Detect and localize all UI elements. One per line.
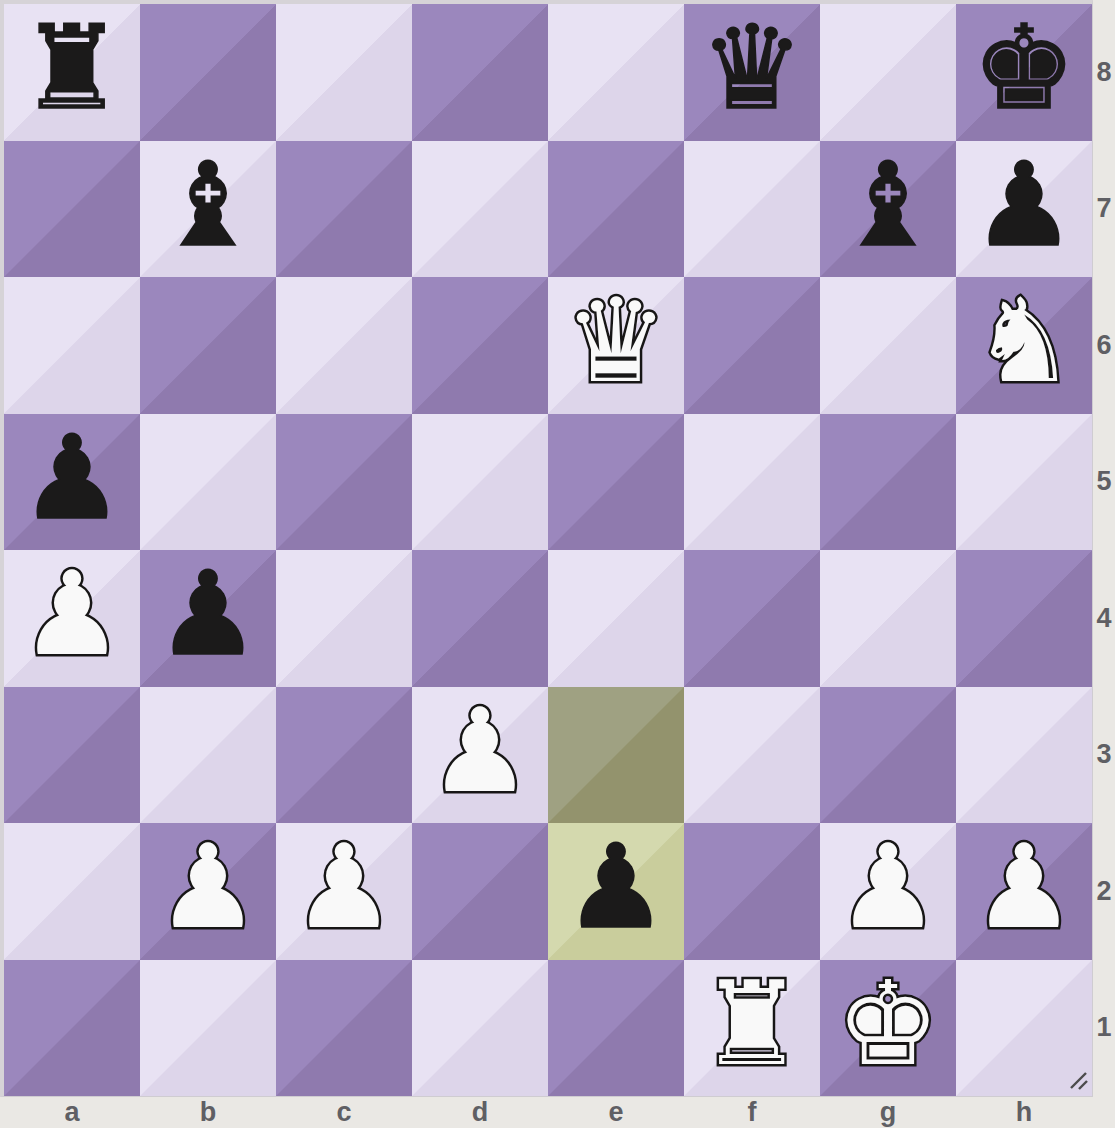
square-a2[interactable]: [4, 823, 140, 960]
piece-black-bishop-b7[interactable]: ♝: [156, 147, 260, 263]
file-label-f: f: [684, 1097, 820, 1128]
square-g4[interactable]: [820, 550, 956, 687]
square-h2[interactable]: ♟: [956, 823, 1092, 960]
square-a7[interactable]: [4, 141, 140, 278]
square-f1[interactable]: ♜: [684, 960, 820, 1097]
square-e2[interactable]: ♟: [548, 823, 684, 960]
piece-white-pawn-c2[interactable]: ♟: [292, 829, 396, 945]
piece-black-pawn-b4[interactable]: ♟: [156, 556, 260, 672]
board: ♜♛♚♝♝♟♛♞♟♟♟♟♟♟♟♟♟♜♚: [4, 4, 1092, 1096]
square-h8[interactable]: ♚: [956, 4, 1092, 141]
square-g8[interactable]: [820, 4, 956, 141]
piece-black-rook-a8[interactable]: ♜: [20, 10, 124, 126]
square-f5[interactable]: [684, 414, 820, 551]
square-b4[interactable]: ♟: [140, 550, 276, 687]
square-b7[interactable]: ♝: [140, 141, 276, 278]
piece-white-king-g1[interactable]: ♚: [836, 966, 940, 1082]
square-b5[interactable]: [140, 414, 276, 551]
square-b2[interactable]: ♟: [140, 823, 276, 960]
rank-label-5: 5: [1093, 414, 1115, 551]
square-e3[interactable]: [548, 687, 684, 824]
square-a6[interactable]: [4, 277, 140, 414]
square-b1[interactable]: [140, 960, 276, 1097]
square-f8[interactable]: ♛: [684, 4, 820, 141]
square-a4[interactable]: ♟: [4, 550, 140, 687]
chess-app: ♜♛♚♝♝♟♛♞♟♟♟♟♟♟♟♟♟♜♚ 87654321 abcdefgh: [0, 0, 1115, 1128]
rank-label-3: 3: [1093, 687, 1115, 824]
square-c6[interactable]: [276, 277, 412, 414]
square-d5[interactable]: [412, 414, 548, 551]
square-d7[interactable]: [412, 141, 548, 278]
square-c2[interactable]: ♟: [276, 823, 412, 960]
square-d6[interactable]: [412, 277, 548, 414]
square-e5[interactable]: [548, 414, 684, 551]
piece-black-pawn-a5[interactable]: ♟: [20, 420, 124, 536]
piece-white-pawn-h2[interactable]: ♟: [972, 829, 1076, 945]
rank-label-7: 7: [1093, 141, 1115, 278]
square-f3[interactable]: [684, 687, 820, 824]
square-g5[interactable]: [820, 414, 956, 551]
square-h5[interactable]: [956, 414, 1092, 551]
square-h3[interactable]: [956, 687, 1092, 824]
square-d3[interactable]: ♟: [412, 687, 548, 824]
square-c1[interactable]: [276, 960, 412, 1097]
square-c7[interactable]: [276, 141, 412, 278]
piece-black-king-h8[interactable]: ♚: [972, 10, 1076, 126]
square-a1[interactable]: [4, 960, 140, 1097]
file-label-g: g: [820, 1097, 956, 1128]
square-c3[interactable]: [276, 687, 412, 824]
piece-white-pawn-g2[interactable]: ♟: [836, 829, 940, 945]
piece-white-knight-h6[interactable]: ♞: [972, 283, 1076, 399]
square-a8[interactable]: ♜: [4, 4, 140, 141]
square-b3[interactable]: [140, 687, 276, 824]
piece-black-pawn-e2[interactable]: ♟: [564, 829, 668, 945]
square-c4[interactable]: [276, 550, 412, 687]
file-label-d: d: [412, 1097, 548, 1128]
square-a5[interactable]: ♟: [4, 414, 140, 551]
square-d1[interactable]: [412, 960, 548, 1097]
square-d8[interactable]: [412, 4, 548, 141]
square-g3[interactable]: [820, 687, 956, 824]
piece-white-queen-e6[interactable]: ♛: [564, 283, 668, 399]
square-e1[interactable]: [548, 960, 684, 1097]
square-e4[interactable]: [548, 550, 684, 687]
piece-black-queen-f8[interactable]: ♛: [700, 10, 804, 126]
square-e6[interactable]: ♛: [548, 277, 684, 414]
piece-white-pawn-a4[interactable]: ♟: [20, 556, 124, 672]
resize-handle-icon[interactable]: [1066, 1068, 1090, 1092]
square-g2[interactable]: ♟: [820, 823, 956, 960]
square-c8[interactable]: [276, 4, 412, 141]
square-f7[interactable]: [684, 141, 820, 278]
board-frame: ♜♛♚♝♝♟♛♞♟♟♟♟♟♟♟♟♟♜♚: [0, 0, 1093, 1097]
square-b8[interactable]: [140, 4, 276, 141]
square-h4[interactable]: [956, 550, 1092, 687]
rank-label-4: 4: [1093, 550, 1115, 687]
rank-label-1: 1: [1093, 960, 1115, 1097]
square-d2[interactable]: [412, 823, 548, 960]
piece-white-rook-f1[interactable]: ♜: [700, 966, 804, 1082]
square-g7[interactable]: ♝: [820, 141, 956, 278]
square-d4[interactable]: [412, 550, 548, 687]
piece-white-pawn-b2[interactable]: ♟: [156, 829, 260, 945]
file-label-a: a: [4, 1097, 140, 1128]
square-h6[interactable]: ♞: [956, 277, 1092, 414]
rank-labels: 87654321: [1093, 4, 1115, 1096]
piece-white-pawn-d3[interactable]: ♟: [428, 693, 532, 809]
square-f2[interactable]: [684, 823, 820, 960]
square-e7[interactable]: [548, 141, 684, 278]
piece-black-bishop-g7[interactable]: ♝: [836, 147, 940, 263]
square-h7[interactable]: ♟: [956, 141, 1092, 278]
square-g6[interactable]: [820, 277, 956, 414]
piece-black-pawn-h7[interactable]: ♟: [972, 147, 1076, 263]
square-c5[interactable]: [276, 414, 412, 551]
square-e8[interactable]: [548, 4, 684, 141]
file-label-c: c: [276, 1097, 412, 1128]
file-label-h: h: [956, 1097, 1092, 1128]
file-label-e: e: [548, 1097, 684, 1128]
square-b6[interactable]: [140, 277, 276, 414]
square-a3[interactable]: [4, 687, 140, 824]
rank-label-6: 6: [1093, 277, 1115, 414]
square-f4[interactable]: [684, 550, 820, 687]
file-labels: abcdefgh: [4, 1097, 1092, 1128]
rank-label-8: 8: [1093, 4, 1115, 141]
square-g1[interactable]: ♚: [820, 960, 956, 1097]
file-label-b: b: [140, 1097, 276, 1128]
square-f6[interactable]: [684, 277, 820, 414]
rank-label-2: 2: [1093, 823, 1115, 960]
